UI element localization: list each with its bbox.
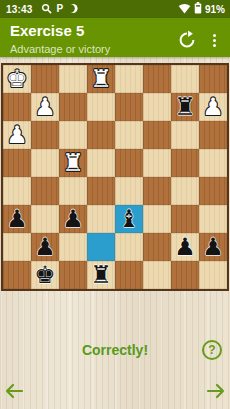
square-b7[interactable]: ♟ [171, 233, 199, 261]
square-a7[interactable]: ♟ [199, 233, 227, 261]
square-h4[interactable] [3, 149, 31, 177]
square-g8[interactable]: ♚ [31, 261, 59, 289]
piece-white-king: ♚ [6, 65, 28, 93]
square-e1[interactable]: ♜ [87, 65, 115, 93]
square-c6[interactable] [143, 205, 171, 233]
help-button[interactable]: ? [202, 340, 222, 360]
square-a1[interactable] [199, 65, 227, 93]
square-e8[interactable]: ♜ [87, 261, 115, 289]
square-d8[interactable] [115, 261, 143, 289]
square-e4[interactable] [87, 149, 115, 177]
square-d3[interactable] [115, 121, 143, 149]
square-c4[interactable] [143, 149, 171, 177]
square-c2[interactable] [143, 93, 171, 121]
square-b1[interactable] [171, 65, 199, 93]
square-f5[interactable] [59, 177, 87, 205]
square-c8[interactable] [143, 261, 171, 289]
square-g4[interactable] [31, 149, 59, 177]
action-bar: Exercise 5 Advantage or victory [0, 18, 230, 57]
square-b3[interactable] [171, 121, 199, 149]
piece-black-pawn: ♟ [62, 205, 84, 233]
square-e2[interactable] [87, 93, 115, 121]
square-g7[interactable]: ♟ [31, 233, 59, 261]
arrow-right-icon [205, 388, 227, 405]
status-bar: 13:43 P 91% [0, 0, 230, 18]
piece-black-king: ♚ [34, 261, 56, 289]
question-mark-icon: ? [208, 343, 215, 357]
page-title: Exercise 5 [10, 22, 84, 39]
square-h7[interactable] [3, 233, 31, 261]
square-g3[interactable] [31, 121, 59, 149]
square-g1[interactable] [31, 65, 59, 93]
square-a4[interactable] [199, 149, 227, 177]
square-c3[interactable] [143, 121, 171, 149]
square-f1[interactable] [59, 65, 87, 93]
square-b6[interactable] [171, 205, 199, 233]
square-d5[interactable] [115, 177, 143, 205]
arrow-left-icon [3, 388, 25, 405]
square-h6[interactable]: ♟ [3, 205, 31, 233]
refresh-icon [176, 37, 198, 54]
square-h3[interactable]: ♟ [3, 121, 31, 149]
square-f7[interactable] [59, 233, 87, 261]
moon-icon [68, 0, 78, 18]
piece-black-bishop: ♝ [118, 205, 140, 233]
result-message: Correctly! [0, 342, 230, 358]
square-b5[interactable] [171, 177, 199, 205]
square-e7[interactable] [87, 233, 115, 261]
piece-black-pawn: ♟ [6, 205, 28, 233]
square-f4[interactable]: ♜ [59, 149, 87, 177]
square-f6[interactable]: ♟ [59, 205, 87, 233]
piece-white-rook: ♜ [62, 149, 84, 177]
square-b2[interactable]: ♜ [171, 93, 199, 121]
square-a6[interactable] [199, 205, 227, 233]
square-a5[interactable] [199, 177, 227, 205]
page-subtitle: Advantage or victory [10, 43, 110, 55]
square-d7[interactable] [115, 233, 143, 261]
clock-text: 13:43 [6, 4, 33, 15]
square-a8[interactable] [199, 261, 227, 289]
square-a3[interactable] [199, 121, 227, 149]
app-screen: 13:43 P 91% Exercise 5 Advantage or vict… [0, 0, 230, 409]
piece-white-rook: ♜ [90, 65, 112, 93]
square-c7[interactable] [143, 233, 171, 261]
square-d1[interactable] [115, 65, 143, 93]
square-f8[interactable] [59, 261, 87, 289]
piece-white-pawn: ♟ [6, 121, 28, 149]
piece-white-pawn: ♟ [202, 93, 224, 121]
square-c5[interactable] [143, 177, 171, 205]
square-h5[interactable] [3, 177, 31, 205]
square-g2[interactable]: ♟ [31, 93, 59, 121]
wifi-icon [178, 0, 191, 18]
square-g5[interactable] [31, 177, 59, 205]
square-h1[interactable]: ♚ [3, 65, 31, 93]
overflow-menu-icon [213, 34, 216, 37]
p-notification-icon: P [57, 4, 64, 14]
square-e3[interactable] [87, 121, 115, 149]
square-b8[interactable] [171, 261, 199, 289]
chess-board: ♚♜♟♜♟♟♜♟♟♝♟♟♟♚♜ [1, 63, 229, 291]
square-d6[interactable]: ♝ [115, 205, 143, 233]
square-e6[interactable] [87, 205, 115, 233]
piece-white-pawn: ♟ [34, 93, 56, 121]
previous-exercise-button[interactable] [3, 380, 25, 402]
piece-black-pawn: ♟ [202, 233, 224, 261]
square-e5[interactable] [87, 177, 115, 205]
square-b4[interactable] [171, 149, 199, 177]
piece-black-pawn: ♟ [174, 233, 196, 261]
battery-percent-text: 91% [205, 4, 225, 15]
piece-black-pawn: ♟ [34, 233, 56, 261]
square-c1[interactable] [143, 65, 171, 93]
square-h8[interactable] [3, 261, 31, 289]
square-g6[interactable] [31, 205, 59, 233]
piece-black-rook: ♜ [174, 93, 196, 121]
square-d2[interactable] [115, 93, 143, 121]
battery-icon [194, 0, 202, 18]
square-d4[interactable] [115, 149, 143, 177]
next-exercise-button[interactable] [205, 380, 227, 402]
square-h2[interactable] [3, 93, 31, 121]
refresh-button[interactable] [176, 29, 198, 51]
square-f2[interactable] [59, 93, 87, 121]
piece-black-rook: ♜ [90, 261, 112, 289]
overflow-menu-button[interactable] [206, 29, 222, 51]
square-a2[interactable]: ♟ [199, 93, 227, 121]
search-icon [41, 0, 52, 18]
square-f3[interactable] [59, 121, 87, 149]
